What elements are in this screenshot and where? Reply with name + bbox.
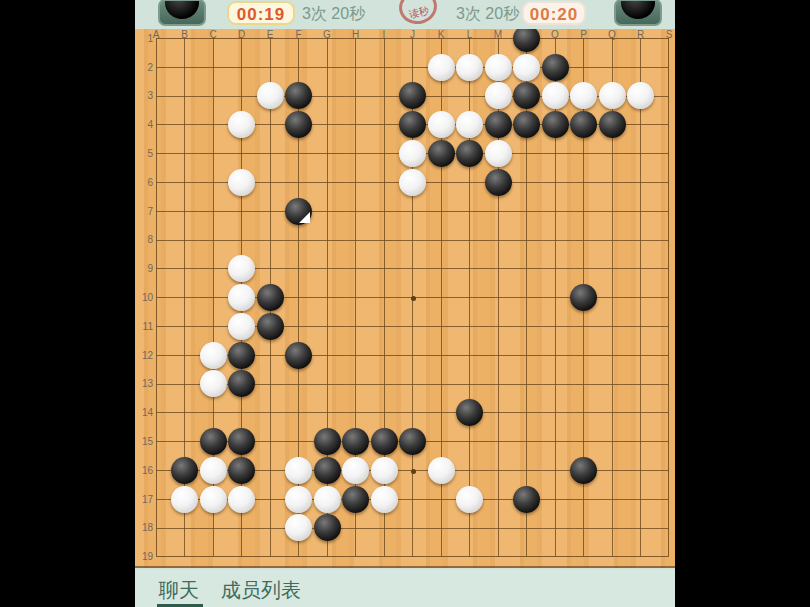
- bottom-tab-bar: 聊天 成员列表: [135, 570, 675, 607]
- stone-white-K2: [428, 54, 455, 81]
- stone-white-I17: [371, 486, 398, 513]
- stone-black-E10: [257, 284, 284, 311]
- stone-white-M2: [485, 54, 512, 81]
- game-header-bar: 00:19 3次 20秒 读秒 3次 20秒 00:20: [135, 0, 675, 29]
- stone-black-F12: [285, 342, 312, 369]
- black-stone-avatar-icon: [165, 0, 199, 19]
- stone-black-D15: [228, 428, 255, 455]
- stone-white-L4: [456, 111, 483, 138]
- stone-white-C17: [200, 486, 227, 513]
- last-move-marker: [299, 212, 310, 223]
- stone-black-F7: [285, 198, 312, 225]
- stone-black-K5: [428, 140, 455, 167]
- timer-left: 00:19: [227, 1, 295, 25]
- stone-black-I15: [371, 428, 398, 455]
- stone-white-R3: [627, 82, 654, 109]
- stone-black-F3: [285, 82, 312, 109]
- goban[interactable]: [142, 24, 675, 571]
- stone-white-M5: [485, 140, 512, 167]
- stone-white-D17: [228, 486, 255, 513]
- stone-white-E3: [257, 82, 284, 109]
- stone-black-D16: [228, 457, 255, 484]
- stone-white-D9: [228, 255, 255, 282]
- stone-black-F4: [285, 111, 312, 138]
- stone-white-C12: [200, 342, 227, 369]
- stone-white-M3: [485, 82, 512, 109]
- stone-white-O3: [542, 82, 569, 109]
- black-stone-avatar-icon: [621, 0, 655, 19]
- tab-chat[interactable]: 聊天: [159, 577, 199, 604]
- stone-white-Q3: [599, 82, 626, 109]
- stone-black-L5: [456, 140, 483, 167]
- stone-white-B17: [171, 486, 198, 513]
- go-board: ABCDEFGHIJKLMNOPQRS 12345678910111213141…: [135, 29, 675, 568]
- stone-black-N4: [513, 111, 540, 138]
- stone-black-O4: [542, 111, 569, 138]
- stone-white-D6: [228, 169, 255, 196]
- stone-black-B16: [171, 457, 198, 484]
- tab-member-list[interactable]: 成员列表: [221, 577, 301, 604]
- app-window: 00:19 3次 20秒 读秒 3次 20秒 00:20 ABCDEFGHIJK…: [135, 0, 675, 607]
- stone-white-F16: [285, 457, 312, 484]
- stone-black-O2: [542, 54, 569, 81]
- stone-black-Q4: [599, 111, 626, 138]
- player-avatar-white[interactable]: [614, 0, 662, 26]
- stone-black-P4: [570, 111, 597, 138]
- stone-black-L14: [456, 399, 483, 426]
- player-avatar-black[interactable]: [158, 0, 206, 26]
- stone-black-C15: [200, 428, 227, 455]
- stone-white-K4: [428, 111, 455, 138]
- stone-black-N17: [513, 486, 540, 513]
- stone-black-G18: [314, 514, 341, 541]
- stone-white-I16: [371, 457, 398, 484]
- stone-black-J4: [399, 111, 426, 138]
- stone-white-F18: [285, 514, 312, 541]
- stone-black-D12: [228, 342, 255, 369]
- stone-white-J6: [399, 169, 426, 196]
- stone-black-H17: [342, 486, 369, 513]
- stone-black-H15: [342, 428, 369, 455]
- stone-black-P16: [570, 457, 597, 484]
- stone-black-M4: [485, 111, 512, 138]
- stone-black-P10: [570, 284, 597, 311]
- stone-white-C16: [200, 457, 227, 484]
- stone-white-L2: [456, 54, 483, 81]
- byoyomi-info-left: 3次 20秒: [302, 3, 365, 25]
- stone-black-E11: [257, 313, 284, 340]
- stone-black-G16: [314, 457, 341, 484]
- byoyomi-info-right: 3次 20秒: [456, 3, 519, 25]
- stone-white-C13: [200, 370, 227, 397]
- byoyomi-stamp-icon: 读秒: [396, 0, 440, 28]
- stone-black-J15: [399, 428, 426, 455]
- stone-black-N3: [513, 82, 540, 109]
- stone-white-F17: [285, 486, 312, 513]
- stone-white-N2: [513, 54, 540, 81]
- stone-white-J5: [399, 140, 426, 167]
- timer-right: 00:20: [522, 1, 586, 25]
- stone-white-D10: [228, 284, 255, 311]
- stone-white-D4: [228, 111, 255, 138]
- stone-white-H16: [342, 457, 369, 484]
- stone-black-M6: [485, 169, 512, 196]
- stone-white-D11: [228, 313, 255, 340]
- stone-white-K16: [428, 457, 455, 484]
- stone-black-J3: [399, 82, 426, 109]
- stone-black-G15: [314, 428, 341, 455]
- stone-white-G17: [314, 486, 341, 513]
- stone-black-D13: [228, 370, 255, 397]
- stone-white-P3: [570, 82, 597, 109]
- stone-white-L17: [456, 486, 483, 513]
